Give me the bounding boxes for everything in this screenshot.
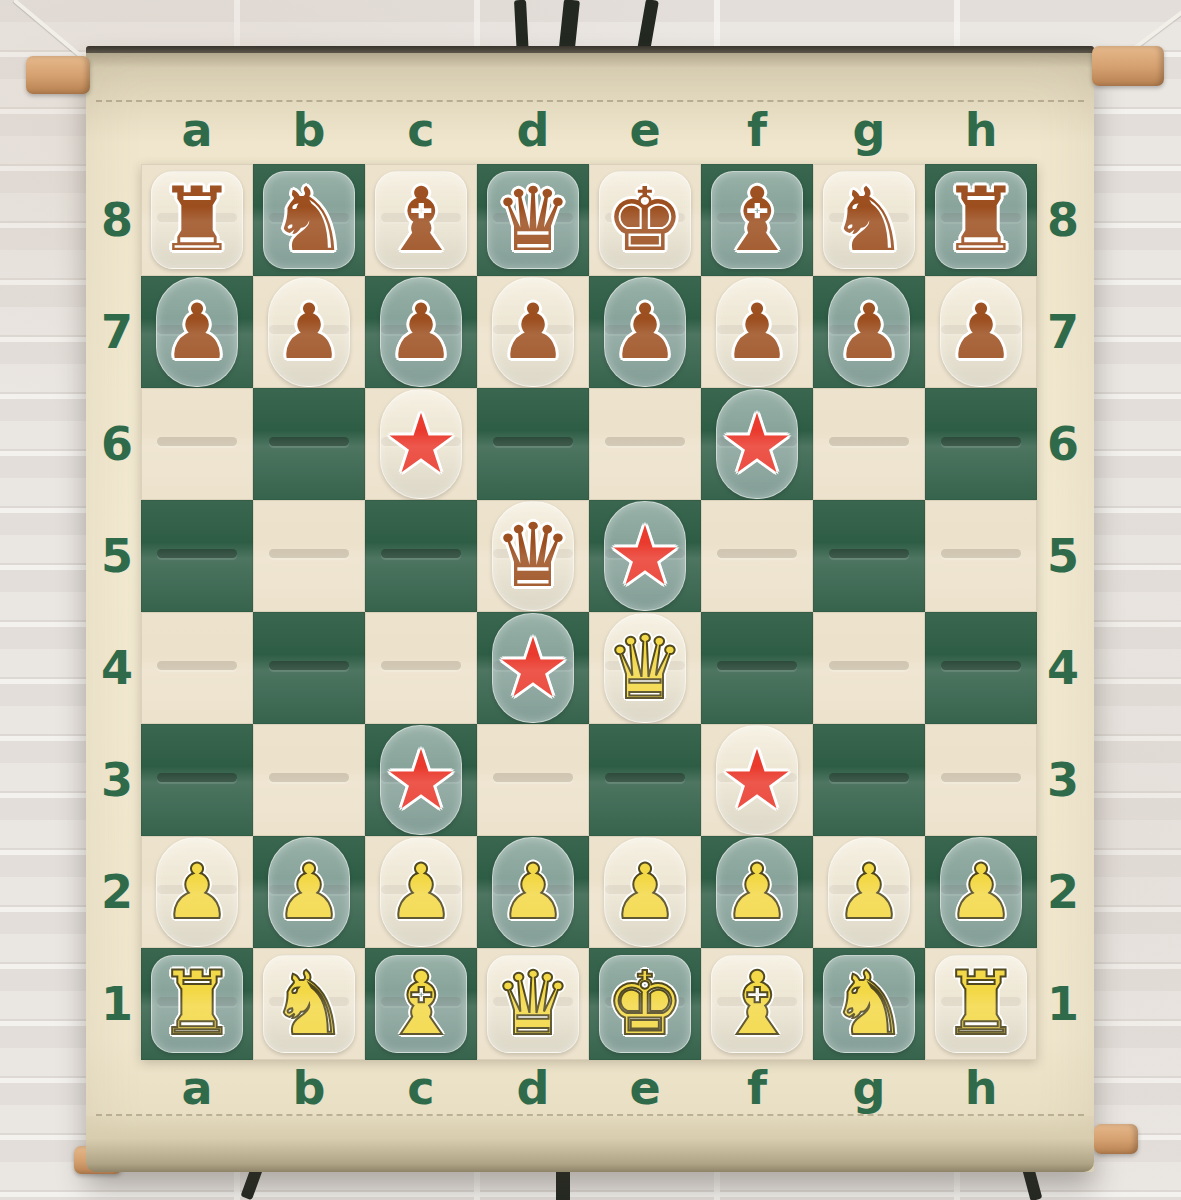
piece-card: ★ [492, 613, 574, 723]
rank-label-8-left: 8 [101, 197, 133, 243]
square-c6[interactable]: ★ [365, 388, 477, 500]
rank-label-7-left: 7 [101, 309, 133, 355]
square-c4[interactable] [365, 612, 477, 724]
piece-card: ♞ [823, 955, 915, 1053]
square-g1[interactable]: ♞ [813, 948, 925, 1060]
square-a8[interactable]: ♜ [141, 164, 253, 276]
piece-card: ♟ [268, 837, 350, 947]
square-e1[interactable]: ♚ [589, 948, 701, 1060]
piece-white-pawn[interactable]: ♟ [723, 854, 791, 930]
square-d6[interactable] [477, 388, 589, 500]
piece-card: ♟ [604, 837, 686, 947]
square-e3[interactable] [589, 724, 701, 836]
rank-label-2-right: 2 [1047, 869, 1079, 915]
piece-black-queen[interactable]: ♛ [494, 176, 573, 264]
square-f6[interactable]: ★ [701, 388, 813, 500]
piece-white-pawn[interactable]: ♟ [387, 854, 455, 930]
red-star-marker[interactable]: ★ [608, 515, 682, 597]
rank-label-1-right: 1 [1047, 981, 1079, 1027]
piece-card: ♟ [492, 837, 574, 947]
file-label-h-top: h [965, 107, 998, 153]
piece-black-pawn[interactable]: ♟ [499, 294, 567, 370]
piece-card: ♝ [711, 171, 803, 269]
pocket-slit [381, 661, 462, 670]
piece-card: ♟ [268, 277, 350, 387]
rank-label-3-right: 3 [1047, 757, 1079, 803]
square-a1[interactable]: ♜ [141, 948, 253, 1060]
square-c5[interactable] [365, 500, 477, 612]
piece-black-rook[interactable]: ♜ [158, 176, 237, 264]
pocket-slit [829, 773, 910, 782]
pocket-slit [829, 437, 910, 446]
rank-labels-right: 87654321 [1041, 164, 1085, 1060]
square-f1[interactable]: ♝ [701, 948, 813, 1060]
piece-card: ♟ [716, 277, 798, 387]
red-star-marker[interactable]: ★ [720, 739, 794, 821]
square-a7[interactable]: ♟ [141, 276, 253, 388]
square-a5[interactable] [141, 500, 253, 612]
file-label-g-bottom: g [853, 1065, 886, 1111]
square-h5[interactable] [925, 500, 1037, 612]
square-a4[interactable] [141, 612, 253, 724]
square-c8[interactable]: ♝ [365, 164, 477, 276]
piece-card: ♜ [151, 171, 243, 269]
piece-card: ♟ [604, 277, 686, 387]
square-b7[interactable]: ♟ [253, 276, 365, 388]
piece-card: ♛ [487, 171, 579, 269]
square-g5[interactable] [813, 500, 925, 612]
piece-black-pawn[interactable]: ♟ [947, 294, 1015, 370]
rank-label-7-right: 7 [1047, 309, 1079, 355]
stitch-seam-top [96, 100, 1084, 102]
piece-card: ♞ [823, 171, 915, 269]
piece-white-queen[interactable]: ♛ [494, 960, 573, 1048]
piece-white-pawn[interactable]: ♟ [947, 854, 1015, 930]
square-e8[interactable]: ♚ [589, 164, 701, 276]
square-d4[interactable]: ★ [477, 612, 589, 724]
file-label-a-top: a [181, 107, 212, 153]
pocket-slit [941, 549, 1022, 558]
square-d7[interactable]: ♟ [477, 276, 589, 388]
square-g4[interactable] [813, 612, 925, 724]
pocket-slit [157, 549, 238, 558]
pocket-slit [941, 773, 1022, 782]
square-e4[interactable]: ♛ [589, 612, 701, 724]
file-label-g-top: g [853, 107, 886, 153]
file-label-a-bottom: a [181, 1065, 212, 1111]
wooden-dowel-top-right [1092, 46, 1164, 86]
piece-white-bishop[interactable]: ♝ [718, 960, 797, 1048]
piece-black-knight[interactable]: ♞ [270, 176, 349, 264]
piece-black-bishop[interactable]: ♝ [718, 176, 797, 264]
piece-card: ♟ [828, 837, 910, 947]
piece-white-pawn[interactable]: ♟ [611, 854, 679, 930]
file-label-e-bottom: e [629, 1065, 660, 1111]
piece-card: ♛ [487, 955, 579, 1053]
pocket-slit [941, 661, 1022, 670]
piece-card: ★ [716, 389, 798, 499]
file-label-f-bottom: f [747, 1065, 767, 1111]
rank-label-6-left: 6 [101, 421, 133, 467]
file-label-f-top: f [747, 107, 767, 153]
pocket-slit [269, 437, 350, 446]
square-h4[interactable] [925, 612, 1037, 724]
red-star-marker[interactable]: ★ [384, 739, 458, 821]
pocket-slit [157, 437, 238, 446]
piece-card: ♜ [935, 955, 1027, 1053]
piece-card: ★ [380, 389, 462, 499]
file-labels-top: abcdefgh [141, 104, 1037, 156]
pocket-slit [269, 549, 350, 558]
piece-white-pawn[interactable]: ♟ [275, 854, 343, 930]
pocket-slit [493, 773, 574, 782]
piece-white-pawn[interactable]: ♟ [499, 854, 567, 930]
square-e2[interactable]: ♟ [589, 836, 701, 948]
rank-label-4-right: 4 [1047, 645, 1079, 691]
square-h1[interactable]: ♜ [925, 948, 1037, 1060]
piece-card: ♚ [599, 171, 691, 269]
piece-black-pawn[interactable]: ♟ [611, 294, 679, 370]
piece-black-pawn[interactable]: ♟ [163, 294, 231, 370]
file-label-b-top: b [293, 107, 326, 153]
piece-card: ♟ [380, 837, 462, 947]
square-h8[interactable]: ♜ [925, 164, 1037, 276]
pocket-slit [157, 773, 238, 782]
piece-card: ♜ [151, 955, 243, 1053]
square-d3[interactable] [477, 724, 589, 836]
scene: abcdefgh 87654321 87654321 ♜♞♝♛♚♝♞♜♟♟♟♟♟… [0, 0, 1181, 1200]
piece-white-queen[interactable]: ♛ [606, 624, 685, 712]
piece-white-rook[interactable]: ♜ [158, 960, 237, 1048]
pocket-slit [269, 773, 350, 782]
pocket-slit [605, 437, 686, 446]
piece-card: ♜ [935, 171, 1027, 269]
piece-card: ♟ [380, 277, 462, 387]
piece-black-pawn[interactable]: ♟ [387, 294, 455, 370]
pocket-slit [269, 661, 350, 670]
square-h3[interactable] [925, 724, 1037, 836]
square-d8[interactable]: ♛ [477, 164, 589, 276]
piece-card: ♝ [375, 955, 467, 1053]
piece-card: ♟ [156, 837, 238, 947]
wooden-dowel-bottom-right [1094, 1124, 1138, 1154]
red-star-marker[interactable]: ★ [384, 403, 458, 485]
red-star-marker[interactable]: ★ [496, 627, 570, 709]
rank-label-2-left: 2 [101, 869, 133, 915]
square-g8[interactable]: ♞ [813, 164, 925, 276]
square-g6[interactable] [813, 388, 925, 500]
pocket-slit [493, 437, 574, 446]
piece-card: ♟ [828, 277, 910, 387]
pocket-slit [717, 661, 798, 670]
square-h7[interactable]: ♟ [925, 276, 1037, 388]
rank-label-6-right: 6 [1047, 421, 1079, 467]
square-a3[interactable] [141, 724, 253, 836]
square-g3[interactable] [813, 724, 925, 836]
piece-card: ♛ [604, 613, 686, 723]
square-b4[interactable] [253, 612, 365, 724]
banner-bottom-roll [86, 1116, 1094, 1172]
file-label-c-bottom: c [407, 1065, 434, 1111]
piece-card: ★ [716, 725, 798, 835]
square-f8[interactable]: ♝ [701, 164, 813, 276]
piece-black-pawn[interactable]: ♟ [723, 294, 791, 370]
chess-board: ♜♞♝♛♚♝♞♜♟♟♟♟♟♟♟♟★★♛★★♛★★♟♟♟♟♟♟♟♟♜♞♝♛♚♝♞♜ [141, 164, 1037, 1060]
piece-black-king[interactable]: ♚ [606, 176, 685, 264]
piece-black-bishop[interactable]: ♝ [382, 176, 461, 264]
piece-card: ♟ [156, 277, 238, 387]
square-b6[interactable] [253, 388, 365, 500]
pocket-slit [157, 661, 238, 670]
piece-black-pawn[interactable]: ♟ [835, 294, 903, 370]
piece-card: ★ [604, 501, 686, 611]
piece-black-knight[interactable]: ♞ [830, 176, 909, 264]
square-d5[interactable]: ♛ [477, 500, 589, 612]
piece-white-king[interactable]: ♚ [606, 960, 685, 1048]
square-f2[interactable]: ♟ [701, 836, 813, 948]
red-star-marker[interactable]: ★ [720, 403, 794, 485]
square-c7[interactable]: ♟ [365, 276, 477, 388]
piece-white-knight[interactable]: ♞ [830, 960, 909, 1048]
piece-card: ♝ [375, 171, 467, 269]
piece-card: ★ [380, 725, 462, 835]
square-h2[interactable]: ♟ [925, 836, 1037, 948]
square-f4[interactable] [701, 612, 813, 724]
square-b2[interactable]: ♟ [253, 836, 365, 948]
square-c3[interactable]: ★ [365, 724, 477, 836]
square-g7[interactable]: ♟ [813, 276, 925, 388]
pocket-slit [605, 773, 686, 782]
pocket-slit [829, 549, 910, 558]
square-f7[interactable]: ♟ [701, 276, 813, 388]
rank-label-8-right: 8 [1047, 197, 1079, 243]
rank-label-5-right: 5 [1047, 533, 1079, 579]
piece-card: ♞ [263, 955, 355, 1053]
file-label-b-bottom: b [293, 1065, 326, 1111]
file-labels-bottom: abcdefgh [141, 1062, 1037, 1114]
square-b3[interactable] [253, 724, 365, 836]
file-label-d-bottom: d [517, 1065, 550, 1111]
square-f5[interactable] [701, 500, 813, 612]
square-g2[interactable]: ♟ [813, 836, 925, 948]
pocket-slit [381, 549, 462, 558]
file-label-c-top: c [407, 107, 434, 153]
square-c1[interactable]: ♝ [365, 948, 477, 1060]
piece-white-knight[interactable]: ♞ [270, 960, 349, 1048]
piece-black-rook[interactable]: ♜ [942, 176, 1021, 264]
piece-white-bishop[interactable]: ♝ [382, 960, 461, 1048]
square-b5[interactable] [253, 500, 365, 612]
square-e6[interactable] [589, 388, 701, 500]
square-e5[interactable]: ★ [589, 500, 701, 612]
piece-card: ♚ [599, 955, 691, 1053]
square-f3[interactable]: ★ [701, 724, 813, 836]
rank-label-5-left: 5 [101, 533, 133, 579]
square-a2[interactable]: ♟ [141, 836, 253, 948]
piece-card: ♝ [711, 955, 803, 1053]
square-e7[interactable]: ♟ [589, 276, 701, 388]
wooden-dowel-top-left [26, 56, 90, 94]
piece-card: ♟ [940, 837, 1022, 947]
piece-white-rook[interactable]: ♜ [942, 960, 1021, 1048]
file-label-h-bottom: h [965, 1065, 998, 1111]
file-label-e-top: e [629, 107, 660, 153]
pocket-slit [941, 437, 1022, 446]
square-c2[interactable]: ♟ [365, 836, 477, 948]
piece-card: ♞ [263, 171, 355, 269]
file-label-d-top: d [517, 107, 550, 153]
square-b8[interactable]: ♞ [253, 164, 365, 276]
piece-card: ♛ [492, 501, 574, 611]
square-d1[interactable]: ♛ [477, 948, 589, 1060]
piece-black-pawn[interactable]: ♟ [275, 294, 343, 370]
banner-top-edge [86, 46, 1094, 53]
rank-label-1-left: 1 [101, 981, 133, 1027]
piece-white-pawn[interactable]: ♟ [163, 854, 231, 930]
rank-label-4-left: 4 [101, 645, 133, 691]
square-a6[interactable] [141, 388, 253, 500]
piece-card: ♟ [492, 277, 574, 387]
pocket-slit [717, 549, 798, 558]
square-d2[interactable]: ♟ [477, 836, 589, 948]
rank-labels-left: 87654321 [95, 164, 139, 1060]
square-b1[interactable]: ♞ [253, 948, 365, 1060]
pocket-slit [829, 661, 910, 670]
piece-white-pawn[interactable]: ♟ [835, 854, 903, 930]
square-h6[interactable] [925, 388, 1037, 500]
piece-black-queen[interactable]: ♛ [494, 512, 573, 600]
rank-label-3-left: 3 [101, 757, 133, 803]
piece-card: ♟ [940, 277, 1022, 387]
piece-card: ♟ [716, 837, 798, 947]
